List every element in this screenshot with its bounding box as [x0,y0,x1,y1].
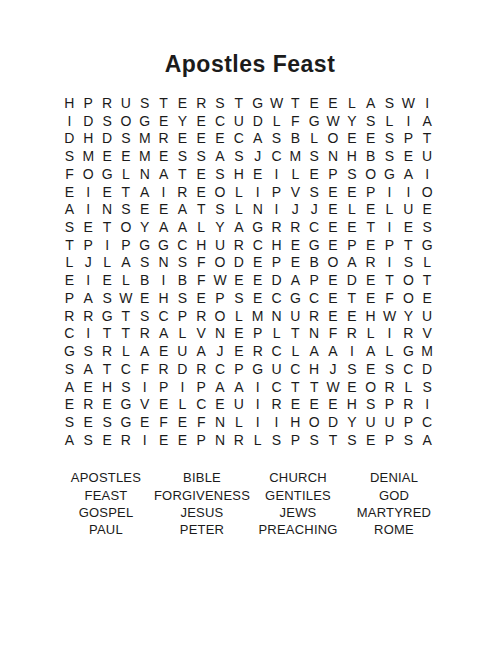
grid-cell: E [135,413,154,431]
grid-cell: W [116,289,135,307]
word-list: APOSTLESBIBLECHURCHDENIALFEASTFORGIVENES… [58,469,442,539]
grid-cell: O [79,165,98,183]
grid-cell: E [154,147,173,165]
grid-cell: N [211,431,230,449]
grid-cell: A [418,431,437,449]
grid-cell: E [361,129,380,147]
grid-cell: E [324,289,343,307]
grid-cell: T [98,325,117,343]
grid-cell: U [380,413,399,431]
grid-cell: S [211,94,230,112]
grid-cell: T [342,289,361,307]
grid-cell: S [380,147,399,165]
grid-cell: V [135,395,154,413]
grid-cell: R [267,218,286,236]
grid-cell: D [324,413,343,431]
grid-cell: P [380,236,399,254]
grid-cell: G [248,94,267,112]
grid-cell: W [399,94,418,112]
grid-cell: I [173,378,192,396]
grid-cell: T [154,94,173,112]
grid-cell: N [248,200,267,218]
grid-cell: L [98,254,117,272]
grid-cell: C [192,395,211,413]
grid-cell: S [399,254,418,272]
grid-cell: A [324,342,343,360]
grid-cell: A [229,218,248,236]
grid-cell: L [380,112,399,130]
word-list-item: FEAST [58,486,154,503]
grid-cell: P [361,183,380,201]
grid-cell: T [380,271,399,289]
grid-cell: E [98,271,117,289]
grid-cell: L [173,325,192,343]
grid-cell: R [399,395,418,413]
grid-cell: A [211,378,230,396]
grid-cell: E [79,218,98,236]
grid-cell: S [305,183,324,201]
grid-cell: C [267,289,286,307]
grid-cell: R [267,395,286,413]
grid-cell: C [211,112,230,130]
grid-cell: A [60,378,79,396]
grid-cell: D [79,112,98,130]
grid-cell: I [380,325,399,343]
grid-cell: T [286,94,305,112]
grid-cell: O [324,129,343,147]
grid-cell: E [192,112,211,130]
grid-cell: L [267,325,286,343]
grid-cell: R [98,94,117,112]
grid-cell: H [342,147,361,165]
word-list-item: PETER [154,521,250,538]
grid-cell: N [267,307,286,325]
grid-cell: U [361,413,380,431]
grid-cell: S [173,254,192,272]
grid-cell: I [399,183,418,201]
grid-cell: C [305,289,324,307]
grid-cell: S [60,147,79,165]
grid-cell: P [380,431,399,449]
grid-cell: H [229,165,248,183]
grid-cell: O [211,183,230,201]
grid-cell: I [60,112,79,130]
grid-cell: T [116,325,135,343]
grid-cell: T [229,94,248,112]
grid-cell: E [361,271,380,289]
grid-cell: E [361,360,380,378]
grid-cell: E [116,147,135,165]
grid-cell: R [229,236,248,254]
grid-cell: C [248,236,267,254]
grid-cell: L [116,165,135,183]
grid-cell: P [248,325,267,343]
grid-cell: V [192,325,211,343]
grid-cell: P [211,289,230,307]
word-list-item: PAUL [58,521,154,538]
grid-cell: G [399,342,418,360]
grid-cell: B [173,271,192,289]
grid-cell: M [135,129,154,147]
grid-cell: F [154,413,173,431]
grid-cell: L [342,200,361,218]
grid-cell: U [229,395,248,413]
grid-cell: E [361,289,380,307]
grid-cell: O [324,254,343,272]
grid-cell: E [192,183,211,201]
grid-cell: P [192,431,211,449]
grid-cell: S [380,129,399,147]
grid-cell: R [60,307,79,325]
grid-cell: E [173,413,192,431]
grid-cell: E [324,200,343,218]
grid-cell: T [361,218,380,236]
grid-cell: E [418,289,437,307]
grid-cell: S [418,378,437,396]
grid-cell: Y [135,218,154,236]
grid-cell: E [154,200,173,218]
word-list-item: GOSPEL [58,504,154,521]
grid-cell: E [154,112,173,130]
grid-cell: A [154,218,173,236]
grid-cell: R [248,342,267,360]
grid-cell: C [286,360,305,378]
grid-cell: G [116,395,135,413]
grid-cell: E [154,342,173,360]
grid-cell: D [267,271,286,289]
grid-cell: Y [173,112,192,130]
grid-cell: P [173,307,192,325]
grid-cell: H [305,360,324,378]
grid-cell: P [324,165,343,183]
word-list-item: DENIAL [346,469,442,486]
grid-cell: N [98,200,117,218]
grid-cell: E [173,94,192,112]
grid-cell: J [305,200,324,218]
grid-cell: G [135,236,154,254]
grid-cell: S [135,254,154,272]
grid-cell: P [380,395,399,413]
grid-cell: T [286,325,305,343]
grid-cell: E [324,236,343,254]
grid-cell: R [192,360,211,378]
grid-cell: F [286,112,305,130]
grid-cell: S [342,360,361,378]
grid-cell: C [267,378,286,396]
grid-cell: P [154,378,173,396]
word-list-item: BIBLE [154,469,250,486]
grid-cell: S [79,431,98,449]
grid-cell: J [211,342,230,360]
grid-cell: G [305,112,324,130]
grid-cell: C [399,360,418,378]
grid-cell: A [305,342,324,360]
grid-cell: I [248,378,267,396]
grid-cell: E [135,200,154,218]
grid-cell: Y [342,112,361,130]
grid-cell: L [229,200,248,218]
grid-cell: E [399,147,418,165]
grid-cell: E [324,271,343,289]
grid-cell: A [154,165,173,183]
grid-cell: S [211,165,230,183]
grid-cell: E [305,395,324,413]
grid-cell: U [211,236,230,254]
grid-cell: P [229,360,248,378]
grid-cell: V [418,325,437,343]
grid-cell: T [98,360,117,378]
grid-cell: I [342,342,361,360]
grid-cell: T [418,129,437,147]
grid-cell: E [211,395,230,413]
grid-cell: E [324,395,343,413]
grid-cell: N [154,254,173,272]
grid-cell: A [154,325,173,343]
grid-cell: J [248,147,267,165]
grid-cell: L [60,254,79,272]
grid-cell: E [248,254,267,272]
grid-cell: L [286,342,305,360]
grid-cell: Y [342,413,361,431]
grid-cell: T [116,183,135,201]
grid-cell: A [60,431,79,449]
grid-cell: S [305,147,324,165]
grid-cell: E [229,342,248,360]
grid-cell: D [248,112,267,130]
grid-cell: U [399,200,418,218]
grid-cell: I [248,395,267,413]
grid-cell: O [361,165,380,183]
grid-cell: F [324,325,343,343]
grid-cell: S [173,147,192,165]
grid-cell: E [79,413,98,431]
grid-cell: R [229,431,248,449]
grid-cell: E [60,183,79,201]
grid-cell: A [60,200,79,218]
grid-cell: W [324,112,343,130]
grid-cell: H [60,94,79,112]
grid-cell: N [305,325,324,343]
grid-cell: B [305,254,324,272]
grid-cell: F [192,413,211,431]
grid-cell: H [342,395,361,413]
grid-cell: R [192,94,211,112]
grid-cell: E [154,395,173,413]
grid-cell: G [98,307,117,325]
grid-cell: A [79,360,98,378]
grid-cell: S [135,94,154,112]
grid-cell: S [229,147,248,165]
grid-cell: T [418,271,437,289]
word-list-item: CHURCH [250,469,346,486]
word-list-item: JEWS [250,504,346,521]
grid-cell: U [267,360,286,378]
grid-cell: L [399,378,418,396]
grid-cell: C [305,218,324,236]
grid-cell: A [192,342,211,360]
grid-cell: E [248,165,267,183]
grid-cell: G [154,236,173,254]
grid-cell: E [192,289,211,307]
grid-cell: I [380,183,399,201]
grid-cell: G [116,413,135,431]
grid-cell: I [79,271,98,289]
grid-cell: A [79,289,98,307]
grid-cell: A [116,254,135,272]
grid-cell: L [248,431,267,449]
grid-cell: A [361,94,380,112]
word-list-item: PREACHING [250,521,346,538]
grid-cell: C [116,360,135,378]
grid-cell: S [173,289,192,307]
grid-cell: I [380,254,399,272]
grid-cell: A [418,112,437,130]
grid-cell: T [399,236,418,254]
grid-cell: S [211,200,230,218]
grid-cell: I [399,112,418,130]
grid-cell: M [286,147,305,165]
grid-cell: L [229,307,248,325]
grid-cell: S [380,360,399,378]
grid-cell: L [116,342,135,360]
puzzle-title: Apostles Feast [0,51,500,77]
grid-cell: E [98,395,117,413]
grid-cell: A [248,129,267,147]
grid-cell: E [98,431,117,449]
grid-cell: O [361,378,380,396]
grid-cell: E [324,307,343,325]
grid-cell: H [286,413,305,431]
grid-cell: R [154,129,173,147]
grid-cell: E [135,289,154,307]
grid-cell: I [267,200,286,218]
grid-cell: J [324,360,343,378]
grid-cell: E [229,271,248,289]
grid-cell: G [60,342,79,360]
grid-cell: G [380,165,399,183]
grid-cell: L [116,271,135,289]
grid-cell: T [60,236,79,254]
grid-cell: E [342,183,361,201]
grid-cell: G [305,236,324,254]
grid-cell: S [192,147,211,165]
grid-cell: R [305,307,324,325]
grid-cell: R [79,307,98,325]
grid-cell: M [248,307,267,325]
grid-cell: E [361,200,380,218]
grid-cell: G [135,112,154,130]
grid-cell: R [135,325,154,343]
grid-cell: A [342,254,361,272]
word-list-item: GOD [346,486,442,503]
grid-cell: C [229,129,248,147]
grid-cell: S [116,378,135,396]
grid-cell: E [248,271,267,289]
grid-cell: L [342,94,361,112]
grid-cell: P [267,183,286,201]
grid-cell: I [267,413,286,431]
grid-cell: T [192,200,211,218]
grid-cell: U [418,147,437,165]
grid-cell: E [286,254,305,272]
grid-cell: J [286,200,305,218]
grid-cell: S [229,289,248,307]
grid-cell: E [154,431,173,449]
grid-cell: I [135,431,154,449]
grid-cell: W [380,307,399,325]
grid-cell: S [116,129,135,147]
grid-cell: O [399,289,418,307]
grid-cell: E [173,431,192,449]
grid-cell: I [135,378,154,396]
grid-cell: F [135,360,154,378]
grid-cell: F [192,271,211,289]
grid-cell: C [267,147,286,165]
grid-cell: E [418,200,437,218]
grid-cell: L [418,254,437,272]
grid-cell: J [79,254,98,272]
grid-cell: A [135,183,154,201]
grid-cell: H [98,378,117,396]
grid-cell: R [399,325,418,343]
grid-cell: T [305,378,324,396]
grid-cell: R [154,360,173,378]
grid-cell: U [116,94,135,112]
grid-cell: F [192,254,211,272]
grid-cell: U [173,342,192,360]
grid-cell: E [342,218,361,236]
grid-cell: P [116,236,135,254]
grid-cell: S [380,94,399,112]
grid-cell: E [361,236,380,254]
grid-cell: S [342,165,361,183]
grid-cell: O [418,183,437,201]
grid-cell: E [60,271,79,289]
grid-cell: G [418,236,437,254]
grid-cell: E [342,129,361,147]
grid-cell: E [305,94,324,112]
grid-cell: E [173,129,192,147]
grid-cell: W [324,378,343,396]
grid-cell: I [79,183,98,201]
grid-cell: E [361,431,380,449]
grid-cell: E [98,183,117,201]
grid-cell: E [192,165,211,183]
grid-cell: Y [399,307,418,325]
grid-cell: D [98,129,117,147]
grid-cell: S [60,413,79,431]
grid-cell: A [229,378,248,396]
word-list-item: MARTYRED [346,504,442,521]
grid-cell: A [135,342,154,360]
grid-cell: E [60,395,79,413]
grid-cell: P [399,129,418,147]
grid-cell: S [361,395,380,413]
grid-cell: S [135,307,154,325]
grid-cell: T [286,378,305,396]
grid-cell: B [361,147,380,165]
grid-cell: H [192,236,211,254]
grid-cell: M [79,147,98,165]
grid-cell: U [418,307,437,325]
grid-cell: E [342,307,361,325]
grid-cell: S [342,431,361,449]
grid-cell: E [399,218,418,236]
grid-cell: C [267,342,286,360]
grid-cell: I [418,94,437,112]
grid-cell: P [79,94,98,112]
grid-cell: O [116,218,135,236]
